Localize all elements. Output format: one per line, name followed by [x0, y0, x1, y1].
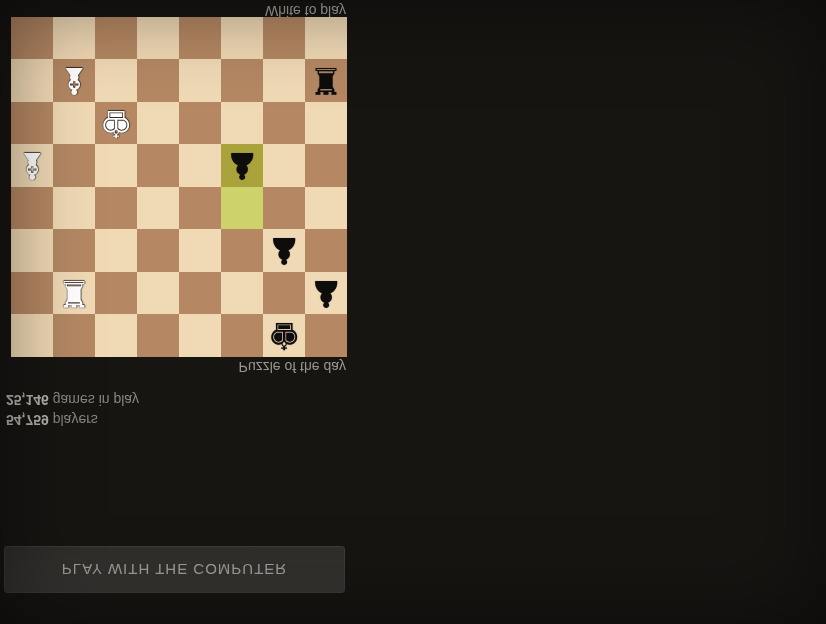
- players-count: 54,759: [6, 412, 49, 428]
- players-label: players: [49, 412, 98, 428]
- square-c6: [95, 230, 137, 273]
- black-pawn: ♟: [309, 275, 342, 312]
- square-f5: [221, 187, 263, 230]
- players-count-link[interactable]: 54,759 players: [6, 410, 256, 430]
- square-f6: [221, 230, 263, 273]
- square-e5: [179, 187, 221, 230]
- square-b1: [53, 17, 95, 60]
- puzzle-of-the-day-caption[interactable]: Puzzle of the day: [10, 359, 346, 375]
- black-rook: ♜: [309, 62, 342, 99]
- square-e3: [179, 102, 221, 145]
- square-e7: [179, 272, 221, 315]
- square-h1: [305, 17, 347, 60]
- square-d4: [137, 145, 179, 188]
- square-a7: [11, 272, 53, 315]
- square-h3: [305, 102, 347, 145]
- black-pawn: ♟: [267, 232, 300, 269]
- square-h5: [305, 187, 347, 230]
- square-e2: [179, 60, 221, 103]
- square-d1: [137, 17, 179, 60]
- side-to-play-label: White to play: [10, 3, 346, 19]
- games-count-link[interactable]: 25,146 games in play: [6, 390, 256, 410]
- square-d8: [137, 315, 179, 358]
- square-b2: ♝: [53, 60, 95, 103]
- square-f7: [221, 272, 263, 315]
- square-c8: [95, 315, 137, 358]
- square-g8: ♚: [263, 315, 305, 358]
- square-c1: [95, 17, 137, 60]
- square-c5: [95, 187, 137, 230]
- square-h7: ♟: [305, 272, 347, 315]
- square-h4: [305, 145, 347, 188]
- square-d7: [137, 272, 179, 315]
- square-g4: [263, 145, 305, 188]
- lobby-stats: 54,759 players 25,146 games in play: [6, 390, 256, 430]
- square-a2: [11, 60, 53, 103]
- square-h8: [305, 315, 347, 358]
- games-label: games in play: [49, 392, 139, 408]
- square-b6: [53, 230, 95, 273]
- square-a3: [11, 102, 53, 145]
- square-g3: [263, 102, 305, 145]
- square-e6: [179, 230, 221, 273]
- square-c2: [95, 60, 137, 103]
- black-king: ♚: [267, 317, 300, 354]
- square-a1: [11, 17, 53, 60]
- square-g7: [263, 272, 305, 315]
- square-h2: ♜: [305, 60, 347, 103]
- square-g2: [263, 60, 305, 103]
- square-a4: ♝: [11, 145, 53, 188]
- square-d6: [137, 230, 179, 273]
- square-f4: ♟: [221, 145, 263, 188]
- white-rook: ♜: [57, 275, 90, 312]
- square-c3: ♚: [95, 102, 137, 145]
- square-f8: [221, 315, 263, 358]
- square-a8: [11, 315, 53, 358]
- square-f2: [221, 60, 263, 103]
- flipped-page: PLAY WITH THE COMPUTER 54,759 players 25…: [0, 0, 826, 624]
- square-e4: [179, 145, 221, 188]
- square-b5: [53, 187, 95, 230]
- square-f3: [221, 102, 263, 145]
- square-b4: [53, 145, 95, 188]
- play-with-computer-button[interactable]: PLAY WITH THE COMPUTER: [4, 546, 345, 593]
- square-h6: [305, 230, 347, 273]
- square-b8: [53, 315, 95, 358]
- square-g1: [263, 17, 305, 60]
- square-c7: [95, 272, 137, 315]
- square-c4: [95, 145, 137, 188]
- square-g6: ♟: [263, 230, 305, 273]
- square-d3: [137, 102, 179, 145]
- square-d5: [137, 187, 179, 230]
- square-b3: [53, 102, 95, 145]
- square-e1: [179, 17, 221, 60]
- square-d2: [137, 60, 179, 103]
- square-a6: [11, 230, 53, 273]
- square-f1: [221, 17, 263, 60]
- chess-board[interactable]: ♚♜♟♟♝♟♚♝♜: [11, 17, 347, 357]
- white-king: ♚: [99, 105, 132, 142]
- white-bishop: ♝: [15, 147, 48, 184]
- square-b7: ♜: [53, 272, 95, 315]
- square-e8: [179, 315, 221, 358]
- games-count: 25,146: [6, 392, 49, 408]
- square-g5: [263, 187, 305, 230]
- square-a5: [11, 187, 53, 230]
- black-pawn: ♟: [225, 147, 258, 184]
- white-bishop: ♝: [57, 62, 90, 99]
